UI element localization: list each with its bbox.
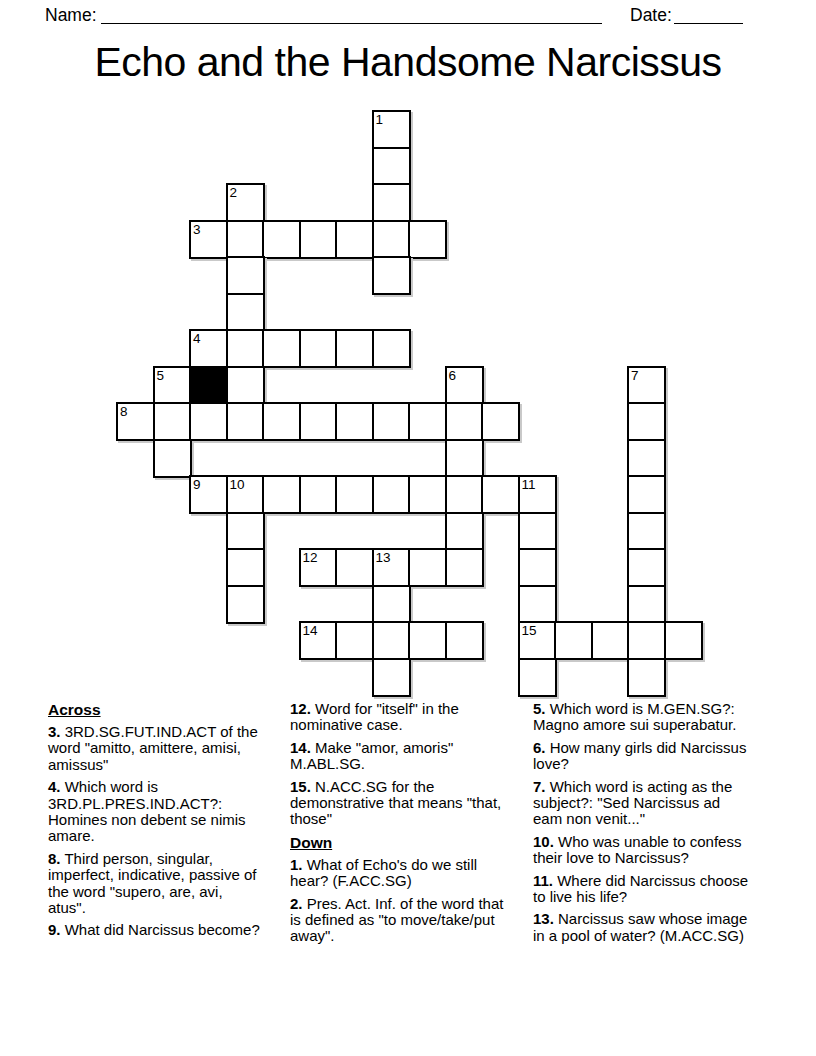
grid-cell-r8c2[interactable] [189, 402, 228, 441]
grid-cell-r14c7[interactable] [372, 621, 411, 660]
clue-across-14: 14. Make "amor, amoris" M.ABL.SG. [290, 740, 506, 773]
grid-cell-r3c4[interactable] [262, 220, 301, 259]
grid-cell-r12c5[interactable]: 12 [299, 548, 338, 587]
grid-cell-r12c9[interactable] [445, 548, 484, 587]
cell-number-3: 3 [193, 222, 201, 237]
grid-cell-r3c2[interactable]: 3 [189, 220, 228, 259]
grid-cell-r6c2[interactable]: 4 [189, 329, 228, 368]
grid-cell-r3c5[interactable] [299, 220, 338, 259]
name-label: Name: [45, 5, 97, 25]
grid-cell-r8c9[interactable] [445, 402, 484, 441]
clue-number-label: 11. [533, 872, 553, 889]
grid-cell-r3c6[interactable] [335, 220, 374, 259]
cell-number-5: 5 [157, 368, 165, 383]
clue-across-8: 8. Third person, singular, imperfect, in… [48, 851, 260, 917]
grid-cell-r8c10[interactable] [481, 402, 520, 441]
grid-cell-r12c11[interactable] [518, 548, 557, 587]
grid-cell-r8c3[interactable] [226, 402, 265, 441]
grid-cell-r6c6[interactable] [335, 329, 374, 368]
grid-cell-r14c6[interactable] [335, 621, 374, 660]
worksheet-page: Name: Date: Echo and the Handsome Narcis… [0, 0, 816, 1056]
grid-cell-r10c4[interactable] [262, 475, 301, 514]
clue-down-10: 10. Who was unable to confess their love… [533, 834, 751, 867]
grid-cell-r4c7[interactable] [372, 256, 411, 295]
clue-across-4: 4. Which word is 3RD.PL.PRES.IND.ACT?: H… [48, 779, 260, 845]
grid-cell-r14c15[interactable] [664, 621, 703, 660]
grid-cell-r14c5[interactable]: 14 [299, 621, 338, 660]
grid-cell-r5c3[interactable] [226, 293, 265, 332]
grid-cell-r13c14[interactable] [627, 585, 666, 624]
grid-cell-r3c7[interactable] [372, 220, 411, 259]
clue-across-15: 15. N.ACC.SG for the demonstrative that … [290, 779, 506, 828]
cell-number-10: 10 [230, 477, 245, 492]
grid-cell-r8c6[interactable] [335, 402, 374, 441]
grid-cell-r10c14[interactable] [627, 475, 666, 514]
clue-down-13: 13. Narcissus saw whose image in a pool … [533, 911, 751, 944]
grid-cell-r10c5[interactable] [299, 475, 338, 514]
grid-cell-r14c9[interactable] [445, 621, 484, 660]
grid-cell-r10c10[interactable] [481, 475, 520, 514]
cell-number-6: 6 [449, 368, 457, 383]
grid-cell-r13c7[interactable] [372, 585, 411, 624]
cell-number-12: 12 [303, 550, 318, 565]
name-blank-line [101, 6, 602, 24]
grid-cell-r14c8[interactable] [408, 621, 447, 660]
grid-cell-r9c1[interactable] [153, 439, 192, 478]
grid-cell-r15c14[interactable] [627, 658, 666, 697]
clue-number-label: 5. [533, 700, 546, 717]
cell-number-15: 15 [522, 623, 537, 638]
cell-number-13: 13 [376, 550, 391, 565]
clue-number-label: 4. [48, 778, 61, 795]
clue-number-label: 3. [48, 723, 61, 740]
grid-cell-r8c4[interactable] [262, 402, 301, 441]
grid-cell-r6c7[interactable] [372, 329, 411, 368]
clue-down-1: 1. What of Echo's do we still hear? (F.A… [290, 857, 506, 890]
grid-cell-r9c14[interactable] [627, 439, 666, 478]
grid-cell-r6c5[interactable] [299, 329, 338, 368]
cell-number-7: 7 [631, 368, 639, 383]
clue-number-label: 1. [290, 856, 303, 873]
grid-cell-r11c14[interactable] [627, 512, 666, 551]
grid-cell-r11c11[interactable] [518, 512, 557, 551]
grid-cell-r10c9[interactable] [445, 475, 484, 514]
grid-cell-r8c5[interactable] [299, 402, 338, 441]
grid-cell-r14c11[interactable]: 15 [518, 621, 557, 660]
grid-cell-r14c13[interactable] [591, 621, 630, 660]
grid-cell-r10c8[interactable] [408, 475, 447, 514]
cell-number-8: 8 [120, 404, 128, 419]
clue-number-label: 15. [290, 778, 311, 795]
clue-number-label: 14. [290, 739, 311, 756]
clues-column-1: Across3. 3RD.SG.FUT.IND.ACT of the word … [48, 701, 260, 945]
grid-cell-r8c7[interactable] [372, 402, 411, 441]
grid-cell-r7c14[interactable]: 7 [627, 366, 666, 405]
grid-cell-r10c11[interactable]: 11 [518, 475, 557, 514]
clue-across-3: 3. 3RD.SG.FUT.IND.ACT of the word "amitt… [48, 724, 260, 773]
clue-down-5: 5. Which word is M.GEN.SG?: Magno amore … [533, 701, 751, 734]
clue-number-label: 6. [533, 739, 546, 756]
clue-number-label: 10. [533, 833, 554, 850]
grid-cell-r15c7[interactable] [372, 658, 411, 697]
cell-number-2: 2 [230, 185, 238, 200]
cell-number-11: 11 [522, 477, 536, 492]
clue-across-12: 12. Word for "itself" in the nominative … [290, 701, 506, 734]
clue-number-label: 13. [533, 910, 554, 927]
grid-cell-r1c7[interactable] [372, 147, 411, 186]
crossword-grid: 123456789101112131415 [116, 110, 700, 694]
grid-cell-r6c4[interactable] [262, 329, 301, 368]
grid-cell-r12c7[interactable]: 13 [372, 548, 411, 587]
grid-cell-r13c3[interactable] [226, 585, 265, 624]
grid-cell-r7c1[interactable]: 5 [153, 366, 192, 405]
clues-column-2: 12. Word for "itself" in the nominative … [290, 701, 506, 951]
grid-cell-r13c11[interactable] [518, 585, 557, 624]
grid-cell-r15c11[interactable] [518, 658, 557, 697]
grid-cell-r2c3[interactable]: 2 [226, 183, 265, 222]
grid-cell-r8c8[interactable] [408, 402, 447, 441]
grid-cell-r10c2[interactable]: 9 [189, 475, 228, 514]
across-heading: Across [48, 701, 260, 718]
clues-column-3: 5. Which word is M.GEN.SG?: Magno amore … [533, 701, 751, 950]
clue-down-2: 2. Pres. Act. Inf. of the word that is d… [290, 896, 506, 945]
cell-number-14: 14 [303, 623, 318, 638]
date-label: Date: [630, 5, 672, 25]
grid-cell-r0c7[interactable]: 1 [372, 110, 411, 149]
clue-down-7: 7. Which word is acting as the subject?:… [533, 779, 751, 828]
clue-number-label: 12. [290, 700, 311, 717]
grid-cell-r10c6[interactable] [335, 475, 374, 514]
grid-cell-r12c3[interactable] [226, 548, 265, 587]
grid-cell-r9c9[interactable] [445, 439, 484, 478]
grid-cell-r3c3[interactable] [226, 220, 265, 259]
cell-number-1: 1 [376, 112, 384, 127]
grid-cell-r7c3[interactable] [226, 366, 265, 405]
clue-number-label: 9. [48, 921, 61, 938]
cell-number-4: 4 [193, 331, 201, 346]
clue-number-label: 2. [290, 895, 303, 912]
grid-cell-r11c3[interactable] [226, 512, 265, 551]
grid-cell-r14c14[interactable] [627, 621, 666, 660]
clue-number-label: 8. [48, 850, 61, 867]
grid-cell-r8c1[interactable] [153, 402, 192, 441]
grid-cell-r10c7[interactable] [372, 475, 411, 514]
grid-cell-r2c7[interactable] [372, 183, 411, 222]
date-blank-line [674, 6, 743, 24]
grid-cell-r12c14[interactable] [627, 548, 666, 587]
grid-cell-r7c9[interactable]: 6 [445, 366, 484, 405]
puzzle-title: Echo and the Handsome Narcissus [0, 37, 816, 87]
grid-cell-r3c8[interactable] [408, 220, 447, 259]
cell-number-9: 9 [193, 477, 201, 492]
grid-cell-r11c9[interactable] [445, 512, 484, 551]
black-cell [189, 366, 228, 405]
clue-down-11: 11. Where did Narcissus choose to live h… [533, 873, 751, 906]
grid-cell-r12c8[interactable] [408, 548, 447, 587]
grid-cell-r12c6[interactable] [335, 548, 374, 587]
clue-across-9: 9. What did Narcissus become? [48, 922, 260, 938]
down-heading: Down [290, 834, 506, 851]
grid-cell-r8c14[interactable] [627, 402, 666, 441]
grid-cell-r6c3[interactable] [226, 329, 265, 368]
grid-cell-r8c0[interactable]: 8 [116, 402, 155, 441]
grid-cell-r4c3[interactable] [226, 256, 265, 295]
grid-cell-r14c12[interactable] [554, 621, 593, 660]
clue-down-6: 6. How many girls did Narcissus love? [533, 740, 751, 773]
clue-number-label: 7. [533, 778, 546, 795]
grid-cell-r10c3[interactable]: 10 [226, 475, 265, 514]
